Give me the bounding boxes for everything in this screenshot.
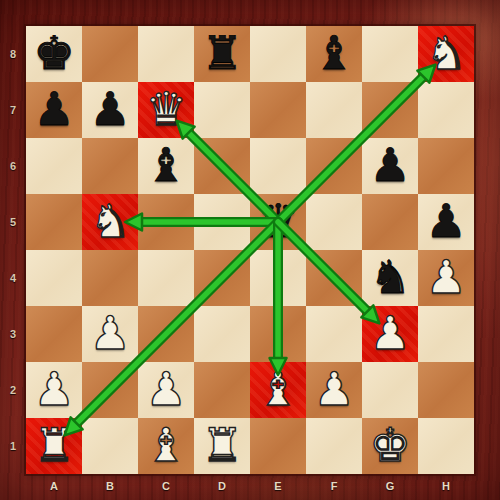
square-f6[interactable] <box>306 138 362 194</box>
piece-white-pawn[interactable]: ♟ <box>33 366 74 412</box>
file-label: G <box>362 474 418 500</box>
square-d5[interactable] <box>194 194 250 250</box>
rank-label: 2 <box>1 362 25 418</box>
square-a5[interactable] <box>26 194 82 250</box>
square-f1[interactable] <box>306 418 362 474</box>
square-f4[interactable] <box>306 250 362 306</box>
rank-label: 1 <box>1 418 25 474</box>
square-h6[interactable] <box>418 138 474 194</box>
square-g2[interactable] <box>362 362 418 418</box>
square-h3[interactable] <box>418 306 474 362</box>
square-c1[interactable]: ♝ <box>138 418 194 474</box>
square-d3[interactable] <box>194 306 250 362</box>
square-a1[interactable]: ♜ <box>26 418 82 474</box>
square-b2[interactable] <box>82 362 138 418</box>
piece-black-rook[interactable]: ♜ <box>201 30 242 76</box>
square-f3[interactable] <box>306 306 362 362</box>
square-g4[interactable]: ♞ <box>362 250 418 306</box>
square-a6[interactable] <box>26 138 82 194</box>
square-c8[interactable] <box>138 26 194 82</box>
square-b3[interactable]: ♟ <box>82 306 138 362</box>
square-d1[interactable]: ♜ <box>194 418 250 474</box>
square-d8[interactable]: ♜ <box>194 26 250 82</box>
rank-label: 4 <box>1 250 25 306</box>
piece-white-knight[interactable]: ♞ <box>89 198 130 244</box>
piece-black-pawn[interactable]: ♟ <box>89 86 130 132</box>
square-f8[interactable]: ♝ <box>306 26 362 82</box>
square-e1[interactable] <box>250 418 306 474</box>
file-label: F <box>306 474 362 500</box>
piece-white-pawn[interactable]: ♟ <box>425 254 466 300</box>
file-label: B <box>82 474 138 500</box>
square-g8[interactable] <box>362 26 418 82</box>
square-h2[interactable] <box>418 362 474 418</box>
square-g5[interactable] <box>362 194 418 250</box>
square-e2[interactable]: ♝ <box>250 362 306 418</box>
piece-white-rook[interactable]: ♜ <box>33 422 74 468</box>
square-g7[interactable] <box>362 82 418 138</box>
piece-white-pawn[interactable]: ♟ <box>313 366 354 412</box>
square-b1[interactable] <box>82 418 138 474</box>
square-c5[interactable] <box>138 194 194 250</box>
square-d4[interactable] <box>194 250 250 306</box>
chess-board-frame: ♚♜♝♞♟♟♛♝♟♞♛♟♞♟♟♟♟♟♝♟♜♝♜♚ 87654321ABCDEFG… <box>0 0 500 500</box>
piece-black-queen[interactable]: ♛ <box>257 198 298 244</box>
square-a4[interactable] <box>26 250 82 306</box>
piece-white-bishop[interactable]: ♝ <box>257 366 298 412</box>
square-f7[interactable] <box>306 82 362 138</box>
piece-white-queen[interactable]: ♛ <box>145 86 186 132</box>
square-e3[interactable] <box>250 306 306 362</box>
file-label: D <box>194 474 250 500</box>
square-a3[interactable] <box>26 306 82 362</box>
square-h8[interactable]: ♞ <box>418 26 474 82</box>
piece-black-pawn[interactable]: ♟ <box>369 142 410 188</box>
square-b4[interactable] <box>82 250 138 306</box>
piece-white-pawn[interactable]: ♟ <box>369 310 410 356</box>
square-d2[interactable] <box>194 362 250 418</box>
rank-label: 6 <box>1 138 25 194</box>
square-e4[interactable] <box>250 250 306 306</box>
piece-white-knight[interactable]: ♞ <box>425 30 466 76</box>
square-e6[interactable] <box>250 138 306 194</box>
square-e7[interactable] <box>250 82 306 138</box>
square-f2[interactable]: ♟ <box>306 362 362 418</box>
square-e5[interactable]: ♛ <box>250 194 306 250</box>
square-g3[interactable]: ♟ <box>362 306 418 362</box>
square-f5[interactable] <box>306 194 362 250</box>
rank-label: 5 <box>1 194 25 250</box>
square-c7[interactable]: ♛ <box>138 82 194 138</box>
square-g6[interactable]: ♟ <box>362 138 418 194</box>
square-c3[interactable] <box>138 306 194 362</box>
file-label: A <box>26 474 82 500</box>
piece-black-bishop[interactable]: ♝ <box>313 30 354 76</box>
piece-black-pawn[interactable]: ♟ <box>425 198 466 244</box>
piece-white-bishop[interactable]: ♝ <box>145 422 186 468</box>
rank-label: 8 <box>1 26 25 82</box>
square-g1[interactable]: ♚ <box>362 418 418 474</box>
square-b7[interactable]: ♟ <box>82 82 138 138</box>
square-d7[interactable] <box>194 82 250 138</box>
piece-white-pawn[interactable]: ♟ <box>89 310 130 356</box>
square-a7[interactable]: ♟ <box>26 82 82 138</box>
square-h5[interactable]: ♟ <box>418 194 474 250</box>
rank-label: 7 <box>1 82 25 138</box>
square-h7[interactable] <box>418 82 474 138</box>
piece-black-pawn[interactable]: ♟ <box>33 86 74 132</box>
square-e8[interactable] <box>250 26 306 82</box>
piece-white-rook[interactable]: ♜ <box>201 422 242 468</box>
square-h1[interactable] <box>418 418 474 474</box>
file-label: E <box>250 474 306 500</box>
square-b8[interactable] <box>82 26 138 82</box>
file-label: C <box>138 474 194 500</box>
square-a8[interactable]: ♚ <box>26 26 82 82</box>
piece-black-knight[interactable]: ♞ <box>369 254 410 300</box>
square-c6[interactable]: ♝ <box>138 138 194 194</box>
square-c2[interactable]: ♟ <box>138 362 194 418</box>
chess-board: ♚♜♝♞♟♟♛♝♟♞♛♟♞♟♟♟♟♟♝♟♜♝♜♚ <box>26 26 474 474</box>
rank-label: 3 <box>1 306 25 362</box>
square-d6[interactable] <box>194 138 250 194</box>
square-c4[interactable] <box>138 250 194 306</box>
piece-white-king[interactable]: ♚ <box>369 422 410 468</box>
piece-black-bishop[interactable]: ♝ <box>145 142 186 188</box>
piece-black-king[interactable]: ♚ <box>33 30 74 76</box>
file-label: H <box>418 474 474 500</box>
square-b6[interactable] <box>82 138 138 194</box>
piece-white-pawn[interactable]: ♟ <box>145 366 186 412</box>
square-b5[interactable]: ♞ <box>82 194 138 250</box>
square-h4[interactable]: ♟ <box>418 250 474 306</box>
square-a2[interactable]: ♟ <box>26 362 82 418</box>
